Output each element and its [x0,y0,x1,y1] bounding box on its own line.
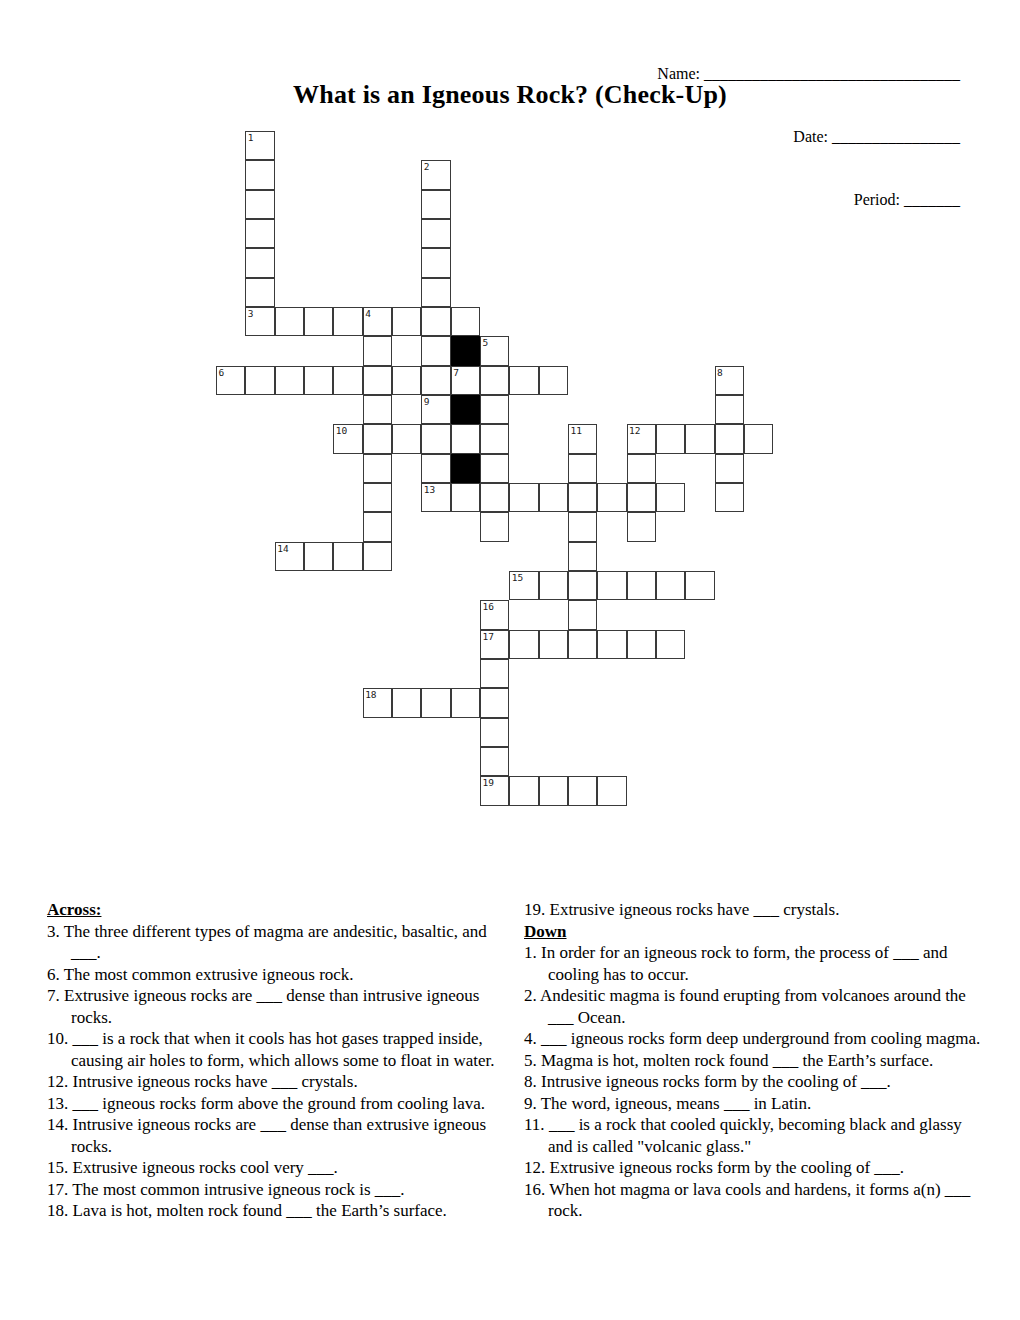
grid-cell[interactable] [509,776,538,805]
clue-number: 13. [47,1094,73,1113]
grid-cell[interactable] [568,454,597,483]
grid-cell[interactable] [715,395,744,424]
grid-cell[interactable]: 3 [245,307,274,336]
clue-text: Intrusive igneous rocks have ___ crystal… [73,1072,358,1091]
grid-cell[interactable] [363,542,392,571]
grid-cell[interactable] [421,366,450,395]
clue-number: 14. [47,1115,73,1134]
clue-number: 3. [47,922,64,941]
grid-cell[interactable] [245,219,274,248]
grid-cell[interactable] [421,307,450,336]
black-cell [451,454,480,483]
date-blank-line: ________________ [832,128,960,145]
grid-cell[interactable] [275,366,304,395]
clue-text: Extrusive igneous rocks are ___ dense th… [64,986,479,1027]
clue-number: 6. [47,965,64,984]
clue-item: 19. Extrusive igneous rocks have ___ cry… [524,899,990,921]
grid-cell[interactable] [392,307,421,336]
clue-text: Intrusive igneous rocks form by the cool… [541,1072,891,1091]
cell-number: 19 [482,777,493,788]
cell-number: 17 [482,631,493,642]
clue-number: 12. [47,1072,73,1091]
grid-cell[interactable] [363,454,392,483]
clue-item: 5. Magma is hot, molten rock found ___ t… [524,1050,990,1072]
grid-cell[interactable] [627,571,656,600]
grid-cell[interactable] [363,336,392,365]
grid-cell[interactable] [656,571,685,600]
clue-text: ___ igneous rocks form deep underground … [541,1029,980,1048]
clue-text: In order for an igneous rock to form, th… [541,943,947,984]
cell-number: 5 [482,337,488,348]
clues-section: Across: 3. The three different types of … [47,899,990,1222]
clue-number: 7. [47,986,64,1005]
grid-cell[interactable] [421,336,450,365]
grid-cell[interactable] [627,630,656,659]
grid-cell[interactable] [597,571,626,600]
grid-cell[interactable]: 4 [363,307,392,336]
grid-cell[interactable] [539,366,568,395]
grid-cell[interactable] [627,512,656,541]
grid-cell[interactable] [392,424,421,453]
grid-cell[interactable] [480,366,509,395]
cell-number: 10 [336,425,347,436]
clue-item: 1. In order for an igneous rock to form,… [524,942,990,985]
grid-cell[interactable] [509,483,538,512]
grid-cell[interactable] [421,424,450,453]
grid-cell[interactable] [715,483,744,512]
grid-cell[interactable] [275,307,304,336]
grid-cell[interactable] [539,776,568,805]
clue-item: 17. The most common intrusive igneous ro… [47,1179,509,1201]
clue-number: 1. [524,943,541,962]
grid-cell[interactable] [627,483,656,512]
clue-text: When hot magma or lava cools and hardens… [548,1180,970,1221]
cell-number: 18 [365,689,376,700]
crossword-grid: 12345678910111213141516171819 [216,131,773,806]
clue-text: The most common extrusive igneous rock. [64,965,354,984]
grid-cell[interactable] [597,630,626,659]
clues-column-right: 19. Extrusive igneous rocks have ___ cry… [524,899,990,1222]
date-label: Date: [793,128,832,145]
cell-number: 15 [512,572,523,583]
grid-cell[interactable]: 6 [216,366,245,395]
grid-cell[interactable]: 12 [627,424,656,453]
grid-cell[interactable]: 17 [480,630,509,659]
clue-text: ___ is a rock that cooled quickly, becom… [548,1115,962,1156]
clue-item: 11. ___ is a rock that cooled quickly, b… [524,1114,990,1157]
cell-number: 2 [424,161,430,172]
grid-cell[interactable] [509,366,538,395]
grid-cell[interactable] [304,542,333,571]
clue-number: 11. [524,1115,549,1134]
clue-item: 3. The three different types of magma ar… [47,921,509,964]
clue-text: Intrusive igneous rocks are ___ dense th… [71,1115,486,1156]
grid-cell[interactable] [480,659,509,688]
cell-number: 4 [365,308,371,319]
grid-cell[interactable]: 8 [715,366,744,395]
clue-number: 9. [524,1094,541,1113]
grid-cell[interactable] [627,454,656,483]
grid-cell[interactable] [451,307,480,336]
clue-item: 16. When hot magma or lava cools and har… [524,1179,990,1222]
clue-text: Extrusive igneous rocks cool very ___. [73,1158,338,1177]
clues-section-header: Across: [47,899,509,921]
grid-cell[interactable] [363,395,392,424]
grid-cell[interactable] [539,571,568,600]
clue-item: 9. The word, igneous, means ___ in Latin… [524,1093,990,1115]
grid-cell[interactable] [421,688,450,717]
grid-cell[interactable]: 18 [363,688,392,717]
grid-cell[interactable] [597,776,626,805]
grid-cell[interactable] [392,366,421,395]
grid-cell[interactable] [392,688,421,717]
grid-cell[interactable] [333,307,362,336]
grid-cell[interactable] [480,688,509,717]
black-cell [451,336,480,365]
clue-item: 18. Lava is hot, molten rock found ___ t… [47,1200,509,1222]
clues-column-left: Across: 3. The three different types of … [47,899,509,1222]
clue-item: 12. Extrusive igneous rocks form by the … [524,1157,990,1179]
grid-cell[interactable] [333,366,362,395]
clue-number: 4. [524,1029,541,1048]
grid-cell[interactable] [744,424,773,453]
grid-cell[interactable] [245,366,274,395]
cell-number: 8 [717,367,723,378]
grid-cell[interactable] [656,630,685,659]
clue-item: 6. The most common extrusive igneous roc… [47,964,509,986]
grid-cell[interactable]: 16 [480,600,509,629]
grid-cell[interactable]: 1 [245,131,274,160]
grid-cell[interactable] [568,630,597,659]
grid-cell[interactable] [539,483,568,512]
cell-number: 14 [277,543,288,554]
grid-cell[interactable]: 7 [451,366,480,395]
grid-cell[interactable] [568,571,597,600]
grid-cell[interactable] [568,512,597,541]
clue-item: 4. ___ igneous rocks form deep undergrou… [524,1028,990,1050]
clue-number: 19. [524,900,550,919]
clue-text: The three different types of magma are a… [64,922,487,963]
grid-cell[interactable] [421,278,450,307]
period-label: Period: [854,191,904,208]
cell-number: 3 [248,308,254,319]
grid-cell[interactable] [568,483,597,512]
grid-cell[interactable] [363,424,392,453]
grid-cell[interactable]: 5 [480,336,509,365]
clue-text: Lava is hot, molten rock found ___ the E… [73,1201,447,1220]
grid-cell[interactable] [363,483,392,512]
grid-cell[interactable] [245,278,274,307]
grid-cell[interactable] [245,160,274,189]
grid-cell[interactable] [363,512,392,541]
grid-cell[interactable] [480,718,509,747]
cell-number: 9 [424,396,430,407]
cell-number: 6 [219,367,225,378]
clue-item: 10. ___ is a rock that when it cools has… [47,1028,509,1071]
cell-number: 13 [424,484,435,495]
clue-number: 8. [524,1072,541,1091]
clue-text: Extrusive igneous rocks form by the cool… [550,1158,905,1177]
clue-item: 15. Extrusive igneous rocks cool very __… [47,1157,509,1179]
clue-number: 5. [524,1051,541,1070]
clue-number: 12. [524,1158,550,1177]
cell-number: 7 [453,367,459,378]
clue-item: 7. Extrusive igneous rocks are ___ dense… [47,985,509,1028]
grid-cell[interactable] [715,424,744,453]
grid-cell[interactable] [451,483,480,512]
clue-item: 12. Intrusive igneous rocks have ___ cry… [47,1071,509,1093]
clue-text: The most common intrusive igneous rock i… [72,1180,404,1199]
cell-number: 11 [570,425,581,436]
clue-text: Magma is hot, molten rock found ___ the … [541,1051,933,1070]
grid-cell[interactable] [656,424,685,453]
grid-cell[interactable]: 9 [421,395,450,424]
grid-cell[interactable] [480,454,509,483]
grid-cell[interactable]: 14 [275,542,304,571]
clue-number: 15. [47,1158,73,1177]
grid-cell[interactable] [509,630,538,659]
clue-text: ___ is a rock that when it cools has hot… [71,1029,495,1070]
grid-cell[interactable]: 13 [421,483,450,512]
grid-cell[interactable] [304,307,333,336]
grid-cell[interactable] [245,248,274,277]
grid-cell[interactable] [656,483,685,512]
grid-cell[interactable] [597,483,626,512]
grid-cell[interactable]: 2 [421,160,450,189]
grid-cell[interactable] [421,454,450,483]
grid-cell[interactable] [451,688,480,717]
black-cell [451,395,480,424]
clue-number: 18. [47,1201,73,1220]
grid-cell[interactable] [480,483,509,512]
grid-cell[interactable]: 11 [568,424,597,453]
clue-item: 8. Intrusive igneous rocks form by the c… [524,1071,990,1093]
grid-cell[interactable] [480,747,509,776]
clue-number: 10. [47,1029,73,1048]
clue-text: Extrusive igneous rocks have ___ crystal… [550,900,840,919]
clue-item: 2. Andesitic magma is found erupting fro… [524,985,990,1028]
grid-cell[interactable] [421,190,450,219]
grid-cell[interactable] [715,454,744,483]
clue-text: ___ igneous rocks form above the ground … [73,1094,486,1113]
grid-cell[interactable] [245,190,274,219]
clue-item: 14. Intrusive igneous rocks are ___ dens… [47,1114,509,1157]
cell-number: 12 [629,425,640,436]
grid-cell[interactable]: 19 [480,776,509,805]
grid-cell[interactable] [333,542,362,571]
grid-cell[interactable] [568,776,597,805]
grid-cell[interactable] [685,424,714,453]
grid-cell[interactable] [304,366,333,395]
grid-cell[interactable] [421,219,450,248]
grid-cell[interactable] [685,571,714,600]
cell-number: 16 [482,601,493,612]
clue-number: 2. [524,986,540,1005]
grid-cell[interactable]: 10 [333,424,362,453]
clue-number: 16. [524,1180,549,1199]
grid-cell[interactable] [568,600,597,629]
grid-cell[interactable] [363,366,392,395]
clue-number: 17. [47,1180,72,1199]
grid-cell[interactable] [480,512,509,541]
clues-section-header: Down [524,921,990,943]
clue-item: 13. ___ igneous rocks form above the gro… [47,1093,509,1115]
page-title: What is an Igneous Rock? (Check-Up) [0,80,1020,110]
clue-text: The word, igneous, means ___ in Latin. [541,1094,812,1113]
grid-cell[interactable] [568,542,597,571]
grid-cell[interactable] [539,630,568,659]
grid-cell[interactable] [421,248,450,277]
grid-cell[interactable] [480,395,509,424]
period-blank-line: _______ [904,191,960,208]
grid-cell[interactable] [480,424,509,453]
cell-number: 1 [248,132,254,143]
grid-cell[interactable]: 15 [509,571,538,600]
grid-cell[interactable] [451,424,480,453]
clue-text: Andesitic magma is found erupting from v… [540,986,966,1027]
